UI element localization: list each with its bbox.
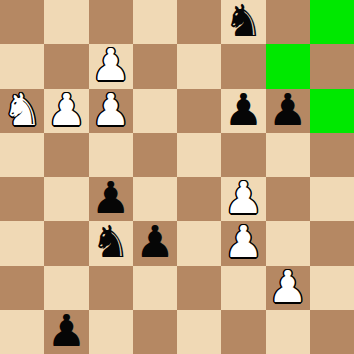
- white-pawn: ♟: [224, 176, 263, 220]
- square-h1[interactable]: [310, 310, 354, 354]
- square-c8[interactable]: [89, 0, 133, 44]
- black-pawn: ♟: [224, 88, 263, 132]
- black-pawn: ♟: [135, 220, 174, 264]
- square-b1[interactable]: ♟: [44, 310, 88, 354]
- square-e8[interactable]: [177, 0, 221, 44]
- square-e2[interactable]: [177, 266, 221, 310]
- square-g2[interactable]: ♟: [266, 266, 310, 310]
- square-c1[interactable]: [89, 310, 133, 354]
- square-a1[interactable]: [0, 310, 44, 354]
- black-knight: ♞: [224, 0, 263, 43]
- square-h8[interactable]: [310, 0, 354, 44]
- white-pawn: ♟: [91, 43, 130, 87]
- square-a2[interactable]: [0, 266, 44, 310]
- square-d7[interactable]: [133, 44, 177, 88]
- square-c6[interactable]: ♟: [89, 89, 133, 133]
- white-pawn: ♟: [91, 88, 130, 132]
- square-c4[interactable]: ♟: [89, 177, 133, 221]
- white-pawn: ♟: [224, 220, 263, 264]
- square-e6[interactable]: [177, 89, 221, 133]
- chess-board: ♞♟♞♟♟♟♟♟♟♞♟♟♟♟: [0, 0, 354, 354]
- square-g7[interactable]: [266, 44, 310, 88]
- square-b2[interactable]: [44, 266, 88, 310]
- square-f4[interactable]: ♟: [221, 177, 265, 221]
- white-pawn: ♟: [268, 265, 307, 309]
- square-g8[interactable]: [266, 0, 310, 44]
- square-f8[interactable]: ♞: [221, 0, 265, 44]
- square-d4[interactable]: [133, 177, 177, 221]
- square-a4[interactable]: [0, 177, 44, 221]
- square-f1[interactable]: [221, 310, 265, 354]
- white-pawn: ♟: [47, 88, 86, 132]
- square-f5[interactable]: [221, 133, 265, 177]
- square-a8[interactable]: [0, 0, 44, 44]
- square-b3[interactable]: [44, 221, 88, 265]
- square-h3[interactable]: [310, 221, 354, 265]
- square-e5[interactable]: [177, 133, 221, 177]
- square-b6[interactable]: ♟: [44, 89, 88, 133]
- square-a5[interactable]: [0, 133, 44, 177]
- square-a6[interactable]: ♞: [0, 89, 44, 133]
- black-knight: ♞: [91, 220, 130, 264]
- square-d6[interactable]: [133, 89, 177, 133]
- square-b4[interactable]: [44, 177, 88, 221]
- square-h4[interactable]: [310, 177, 354, 221]
- square-b8[interactable]: [44, 0, 88, 44]
- black-pawn: ♟: [47, 309, 86, 353]
- square-e7[interactable]: [177, 44, 221, 88]
- square-f6[interactable]: ♟: [221, 89, 265, 133]
- square-b5[interactable]: [44, 133, 88, 177]
- square-g1[interactable]: [266, 310, 310, 354]
- square-g4[interactable]: [266, 177, 310, 221]
- square-d8[interactable]: [133, 0, 177, 44]
- square-f7[interactable]: [221, 44, 265, 88]
- square-g3[interactable]: [266, 221, 310, 265]
- square-a7[interactable]: [0, 44, 44, 88]
- square-g6[interactable]: ♟: [266, 89, 310, 133]
- square-d1[interactable]: [133, 310, 177, 354]
- square-c5[interactable]: [89, 133, 133, 177]
- square-c3[interactable]: ♞: [89, 221, 133, 265]
- square-d5[interactable]: [133, 133, 177, 177]
- square-h6[interactable]: [310, 89, 354, 133]
- square-e3[interactable]: [177, 221, 221, 265]
- square-h5[interactable]: [310, 133, 354, 177]
- square-c2[interactable]: [89, 266, 133, 310]
- square-g5[interactable]: [266, 133, 310, 177]
- square-e1[interactable]: [177, 310, 221, 354]
- square-f3[interactable]: ♟: [221, 221, 265, 265]
- square-h7[interactable]: [310, 44, 354, 88]
- square-b7[interactable]: [44, 44, 88, 88]
- square-d2[interactable]: [133, 266, 177, 310]
- square-e4[interactable]: [177, 177, 221, 221]
- square-d3[interactable]: ♟: [133, 221, 177, 265]
- square-a3[interactable]: [0, 221, 44, 265]
- black-pawn: ♟: [268, 88, 307, 132]
- white-knight: ♞: [2, 88, 41, 132]
- square-c7[interactable]: ♟: [89, 44, 133, 88]
- square-h2[interactable]: [310, 266, 354, 310]
- black-pawn: ♟: [91, 176, 130, 220]
- square-f2[interactable]: [221, 266, 265, 310]
